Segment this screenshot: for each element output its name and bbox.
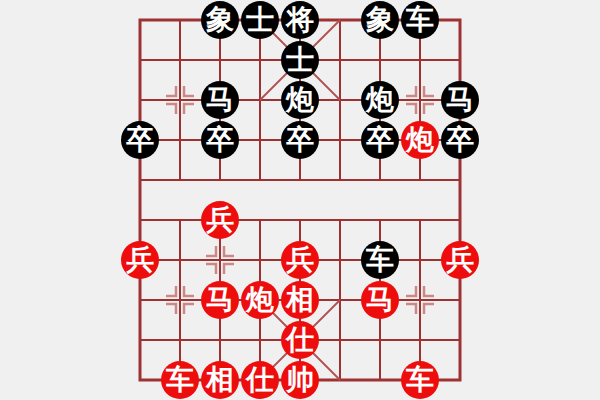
red-cannon-glyph: 炮 bbox=[241, 281, 279, 319]
red-elephant[interactable]: 相 bbox=[280, 280, 320, 320]
black-cannon-glyph: 炮 bbox=[361, 81, 399, 119]
red-chariot[interactable]: 车 bbox=[400, 360, 440, 400]
xiangqi-board: 象士将象车士马炮炮马卒卒卒卒炮卒兵兵兵车兵马炮相马仕车相仕帅车 bbox=[120, 0, 480, 400]
red-horse-glyph: 马 bbox=[361, 281, 399, 319]
red-soldier-glyph: 兵 bbox=[441, 241, 479, 279]
black-advisor-glyph: 士 bbox=[281, 41, 319, 79]
black-soldier-glyph: 卒 bbox=[281, 121, 319, 159]
red-advisor-glyph: 仕 bbox=[281, 321, 319, 359]
red-horse[interactable]: 马 bbox=[360, 280, 400, 320]
black-general-glyph: 将 bbox=[281, 1, 319, 39]
black-soldier[interactable]: 卒 bbox=[200, 120, 240, 160]
black-soldier-glyph: 卒 bbox=[361, 121, 399, 159]
red-advisor[interactable]: 仕 bbox=[280, 320, 320, 360]
black-soldier-glyph: 卒 bbox=[121, 121, 159, 159]
red-soldier[interactable]: 兵 bbox=[440, 240, 480, 280]
black-advisor[interactable]: 士 bbox=[240, 0, 280, 40]
red-chariot-glyph: 车 bbox=[401, 361, 439, 399]
black-soldier-glyph: 卒 bbox=[201, 121, 239, 159]
black-elephant-glyph: 象 bbox=[201, 1, 239, 39]
black-horse[interactable]: 马 bbox=[200, 80, 240, 120]
black-soldier[interactable]: 卒 bbox=[360, 120, 400, 160]
black-soldier[interactable]: 卒 bbox=[440, 120, 480, 160]
red-advisor[interactable]: 仕 bbox=[240, 360, 280, 400]
red-advisor-glyph: 仕 bbox=[241, 361, 279, 399]
red-soldier[interactable]: 兵 bbox=[280, 240, 320, 280]
black-cannon-glyph: 炮 bbox=[281, 81, 319, 119]
black-chariot[interactable]: 车 bbox=[360, 240, 400, 280]
red-horse-glyph: 马 bbox=[201, 281, 239, 319]
red-elephant-glyph: 相 bbox=[201, 361, 239, 399]
red-general[interactable]: 帅 bbox=[280, 360, 320, 400]
black-soldier-glyph: 卒 bbox=[441, 121, 479, 159]
red-soldier[interactable]: 兵 bbox=[120, 240, 160, 280]
black-soldier[interactable]: 卒 bbox=[280, 120, 320, 160]
red-chariot[interactable]: 车 bbox=[160, 360, 200, 400]
black-chariot-glyph: 车 bbox=[401, 1, 439, 39]
black-cannon[interactable]: 炮 bbox=[360, 80, 400, 120]
black-chariot-glyph: 车 bbox=[361, 241, 399, 279]
black-horse-glyph: 马 bbox=[441, 81, 479, 119]
black-advisor[interactable]: 士 bbox=[280, 40, 320, 80]
black-elephant[interactable]: 象 bbox=[200, 0, 240, 40]
red-cannon[interactable]: 炮 bbox=[400, 120, 440, 160]
red-general-glyph: 帅 bbox=[281, 361, 319, 399]
red-soldier-glyph: 兵 bbox=[281, 241, 319, 279]
black-general[interactable]: 将 bbox=[280, 0, 320, 40]
red-elephant-glyph: 相 bbox=[281, 281, 319, 319]
black-horse[interactable]: 马 bbox=[440, 80, 480, 120]
red-elephant[interactable]: 相 bbox=[200, 360, 240, 400]
red-cannon[interactable]: 炮 bbox=[240, 280, 280, 320]
red-soldier[interactable]: 兵 bbox=[200, 200, 240, 240]
black-elephant-glyph: 象 bbox=[361, 1, 399, 39]
black-soldier[interactable]: 卒 bbox=[120, 120, 160, 160]
black-cannon[interactable]: 炮 bbox=[280, 80, 320, 120]
red-cannon-glyph: 炮 bbox=[401, 121, 439, 159]
red-chariot-glyph: 车 bbox=[161, 361, 199, 399]
black-chariot[interactable]: 车 bbox=[400, 0, 440, 40]
red-soldier-glyph: 兵 bbox=[121, 241, 159, 279]
red-soldier-glyph: 兵 bbox=[201, 201, 239, 239]
black-advisor-glyph: 士 bbox=[241, 1, 279, 39]
black-horse-glyph: 马 bbox=[201, 81, 239, 119]
black-elephant[interactable]: 象 bbox=[360, 0, 400, 40]
red-horse[interactable]: 马 bbox=[200, 280, 240, 320]
xiangqi-board-screenshot: 象士将象车士马炮炮马卒卒卒卒炮卒兵兵兵车兵马炮相马仕车相仕帅车 bbox=[0, 0, 600, 400]
